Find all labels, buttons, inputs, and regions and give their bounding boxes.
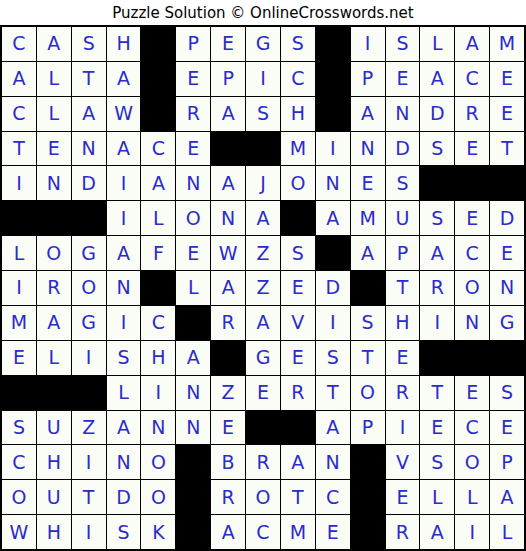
grid-cell-r11c4: L (107, 376, 141, 410)
grid-cell-r2c15: E (490, 62, 524, 96)
grid-cell-r12c3: Z (72, 411, 106, 445)
grid-cell-r10c3: I (72, 341, 106, 375)
grid-cell-r2c13: A (420, 62, 454, 96)
grid-cell-r5c10: N (316, 166, 350, 200)
grid-cell-r5c5: A (141, 166, 175, 200)
grid-cell-r1c1: C (2, 27, 36, 61)
grid-cell-r5c4: I (107, 166, 141, 200)
grid-cell-r3c7: A (211, 97, 245, 131)
page-title: Puzzle Solution © OnlineCrosswords.net (0, 0, 526, 25)
grid-cell-r9c9: V (281, 306, 315, 340)
grid-cell-r13c11 (351, 445, 385, 479)
grid-cell-r9c11: S (351, 306, 385, 340)
grid-cell-r9c13: I (420, 306, 454, 340)
grid-cell-r11c14: E (455, 376, 489, 410)
grid-cell-r12c13: E (420, 411, 454, 445)
grid-cell-r1c12: S (386, 27, 420, 61)
grid-cell-r12c9 (281, 411, 315, 445)
grid-cell-r6c2 (37, 201, 71, 235)
grid-cell-r5c14 (455, 166, 489, 200)
grid-cell-r14c3: T (72, 480, 106, 514)
grid-cell-r8c1: I (2, 271, 36, 305)
grid-cell-r12c5: N (141, 411, 175, 445)
grid-cell-r3c8: S (246, 97, 280, 131)
grid-cell-r8c5 (141, 271, 175, 305)
grid-cell-r7c1: L (2, 236, 36, 270)
grid-cell-r8c9: E (281, 271, 315, 305)
grid-cell-r1c13: L (420, 27, 454, 61)
grid-cell-r6c14: E (455, 201, 489, 235)
grid-cell-r12c11: P (351, 411, 385, 445)
grid-cell-r1c6: P (176, 27, 210, 61)
grid-cell-r4c12: D (386, 132, 420, 166)
grid-cell-r3c6: R (176, 97, 210, 131)
grid-cell-r6c1 (2, 201, 36, 235)
grid-cell-r13c14: O (455, 445, 489, 479)
grid-cell-r9c12: H (386, 306, 420, 340)
grid-cell-r1c15: M (490, 27, 524, 61)
grid-cell-r13c5: O (141, 445, 175, 479)
grid-cell-r5c15 (490, 166, 524, 200)
grid-cell-r12c14: C (455, 411, 489, 445)
grid-cell-r6c12: U (386, 201, 420, 235)
grid-cell-r3c15: E (490, 97, 524, 131)
grid-cell-r14c12: E (386, 480, 420, 514)
grid-cell-r8c8: Z (246, 271, 280, 305)
grid-cell-r3c12: N (386, 97, 420, 131)
grid-cell-r2c9: C (281, 62, 315, 96)
grid-cell-r1c9: S (281, 27, 315, 61)
grid-cell-r4c13: S (420, 132, 454, 166)
grid-cell-r5c13 (420, 166, 454, 200)
grid-cell-r3c13: D (420, 97, 454, 131)
grid-cell-r12c12: I (386, 411, 420, 445)
grid-cell-r7c5: F (141, 236, 175, 270)
grid-cell-r3c3: A (72, 97, 106, 131)
grid-cell-r4c3: N (72, 132, 106, 166)
grid-cell-r2c12: E (386, 62, 420, 96)
grid-cell-r7c14: C (455, 236, 489, 270)
grid-cell-r4c8 (246, 132, 280, 166)
grid-cell-r7c10 (316, 236, 350, 270)
grid-cell-r6c7: N (211, 201, 245, 235)
grid-cell-r8c15: N (490, 271, 524, 305)
grid-cell-r13c6 (176, 445, 210, 479)
grid-cell-r7c2: O (37, 236, 71, 270)
grid-cell-r2c1: A (2, 62, 36, 96)
grid-cell-r3c2: L (37, 97, 71, 131)
grid-cell-r11c11: O (351, 376, 385, 410)
grid-cell-r5c7: A (211, 166, 245, 200)
grid-cell-r9c3: G (72, 306, 106, 340)
grid-cell-r15c14: I (455, 515, 489, 549)
grid-cell-r15c10: E (316, 515, 350, 549)
grid-cell-r15c6 (176, 515, 210, 549)
grid-cell-r11c12: R (386, 376, 420, 410)
grid-cell-r8c13: R (420, 271, 454, 305)
grid-cell-r7c4: A (107, 236, 141, 270)
grid-cell-r6c4: I (107, 201, 141, 235)
grid-cell-r15c15: L (490, 515, 524, 549)
grid-cell-r9c14: N (455, 306, 489, 340)
grid-cell-r6c13: S (420, 201, 454, 235)
grid-cell-r7c6: E (176, 236, 210, 270)
grid-cell-r10c4: S (107, 341, 141, 375)
grid-cell-r5c8: J (246, 166, 280, 200)
grid-cell-r14c10: C (316, 480, 350, 514)
grid-cell-r7c15: E (490, 236, 524, 270)
grid-cell-r1c2: A (37, 27, 71, 61)
grid-cell-r8c6: L (176, 271, 210, 305)
grid-cell-r8c4: N (107, 271, 141, 305)
grid-cell-r7c12: P (386, 236, 420, 270)
grid-cell-r10c5: H (141, 341, 175, 375)
grid-cell-r14c1: O (2, 480, 36, 514)
grid-cell-r14c6 (176, 480, 210, 514)
grid-cell-r5c11: E (351, 166, 385, 200)
grid-cell-r15c5: K (141, 515, 175, 549)
grid-cell-r3c11: A (351, 97, 385, 131)
grid-cell-r12c2: U (37, 411, 71, 445)
grid-cell-r2c2: L (37, 62, 71, 96)
grid-cell-r8c10: D (316, 271, 350, 305)
grid-cell-r10c1: E (2, 341, 36, 375)
grid-cell-r11c13: T (420, 376, 454, 410)
grid-cell-r1c10 (316, 27, 350, 61)
grid-cell-r1c7: E (211, 27, 245, 61)
grid-cell-r9c7: R (211, 306, 245, 340)
grid-cell-r6c8: A (246, 201, 280, 235)
grid-cell-r4c5: C (141, 132, 175, 166)
grid-cell-r9c2: A (37, 306, 71, 340)
grid-cell-r1c3: S (72, 27, 106, 61)
grid-cell-r11c8: E (246, 376, 280, 410)
grid-cell-r10c9: E (281, 341, 315, 375)
grid-cell-r3c10 (316, 97, 350, 131)
grid-cell-r3c5 (141, 97, 175, 131)
grid-cell-r4c11: N (351, 132, 385, 166)
grid-cell-r14c11 (351, 480, 385, 514)
grid-cell-r15c7: A (211, 515, 245, 549)
grid-cell-r10c15 (490, 341, 524, 375)
grid-cell-r12c15: E (490, 411, 524, 445)
grid-cell-r14c8: O (246, 480, 280, 514)
grid-cell-r4c14: E (455, 132, 489, 166)
grid-cell-r15c3: I (72, 515, 106, 549)
grid-cell-r5c3: D (72, 166, 106, 200)
grid-cell-r4c7 (211, 132, 245, 166)
grid-cell-r15c13: A (420, 515, 454, 549)
grid-cell-r1c4: H (107, 27, 141, 61)
grid-cell-r10c6: A (176, 341, 210, 375)
grid-cell-r15c2: H (37, 515, 71, 549)
crossword-grid: CASHPEGSISLAMALTAEPICPEACECLAWRASHANDRET… (0, 25, 526, 551)
grid-cell-r13c4: N (107, 445, 141, 479)
grid-cell-r13c7: B (211, 445, 245, 479)
grid-cell-r2c3: T (72, 62, 106, 96)
puzzle-solution-page: Puzzle Solution © OnlineCrosswords.net C… (0, 0, 526, 551)
grid-cell-r7c3: G (72, 236, 106, 270)
grid-cell-r5c2: N (37, 166, 71, 200)
grid-cell-r2c11: P (351, 62, 385, 96)
grid-cell-r2c14: C (455, 62, 489, 96)
grid-cell-r15c9: M (281, 515, 315, 549)
grid-cell-r10c2: L (37, 341, 71, 375)
grid-cell-r4c1: T (2, 132, 36, 166)
grid-cell-r12c6: N (176, 411, 210, 445)
grid-cell-r9c4: I (107, 306, 141, 340)
grid-cell-r6c9 (281, 201, 315, 235)
grid-cell-r5c9: O (281, 166, 315, 200)
grid-cell-r13c3: I (72, 445, 106, 479)
grid-cell-r6c15: D (490, 201, 524, 235)
grid-cell-r6c11: M (351, 201, 385, 235)
grid-cell-r10c11: T (351, 341, 385, 375)
grid-cell-r2c8: I (246, 62, 280, 96)
grid-cell-r8c3: O (72, 271, 106, 305)
grid-cell-r14c2: U (37, 480, 71, 514)
grid-cell-r13c15: P (490, 445, 524, 479)
grid-cell-r1c14: A (455, 27, 489, 61)
grid-cell-r6c6: O (176, 201, 210, 235)
grid-cell-r4c10: I (316, 132, 350, 166)
grid-cell-r15c4: S (107, 515, 141, 549)
grid-cell-r7c8: Z (246, 236, 280, 270)
grid-cell-r15c8: C (246, 515, 280, 549)
grid-cell-r13c2: H (37, 445, 71, 479)
grid-cell-r13c8: R (246, 445, 280, 479)
grid-cell-r3c4: W (107, 97, 141, 131)
grid-cell-r9c6 (176, 306, 210, 340)
grid-cell-r12c1: S (2, 411, 36, 445)
grid-cell-r11c6: N (176, 376, 210, 410)
grid-cell-r9c8: A (246, 306, 280, 340)
grid-cell-r11c10: T (316, 376, 350, 410)
grid-cell-r10c10: S (316, 341, 350, 375)
grid-cell-r3c9: H (281, 97, 315, 131)
grid-cell-r7c11: A (351, 236, 385, 270)
grid-cell-r4c6: E (176, 132, 210, 166)
grid-cell-r14c9: T (281, 480, 315, 514)
grid-cell-r7c9: S (281, 236, 315, 270)
grid-cell-r4c9: M (281, 132, 315, 166)
grid-cell-r7c13: A (420, 236, 454, 270)
grid-cell-r10c8: G (246, 341, 280, 375)
grid-cell-r4c15: T (490, 132, 524, 166)
grid-cell-r11c7: Z (211, 376, 245, 410)
grid-cell-r11c2 (37, 376, 71, 410)
grid-cell-r14c14: L (455, 480, 489, 514)
grid-cell-r9c1: M (2, 306, 36, 340)
grid-cell-r11c9: R (281, 376, 315, 410)
grid-cell-r13c13: S (420, 445, 454, 479)
grid-cell-r5c6: N (176, 166, 210, 200)
grid-cell-r11c15: S (490, 376, 524, 410)
grid-cell-r4c4: A (107, 132, 141, 166)
grid-cell-r6c10: A (316, 201, 350, 235)
grid-cell-r3c14: R (455, 97, 489, 131)
grid-cell-r14c5: O (141, 480, 175, 514)
grid-cell-r10c7 (211, 341, 245, 375)
grid-cell-r12c4: A (107, 411, 141, 445)
grid-cell-r13c10: N (316, 445, 350, 479)
grid-cell-r8c14: O (455, 271, 489, 305)
grid-cell-r4c2: E (37, 132, 71, 166)
grid-cell-r1c11: I (351, 27, 385, 61)
grid-cell-r12c7: E (211, 411, 245, 445)
grid-cell-r8c2: R (37, 271, 71, 305)
grid-cell-r5c12: S (386, 166, 420, 200)
grid-cell-r11c1 (2, 376, 36, 410)
grid-cell-r11c3 (72, 376, 106, 410)
grid-cell-r14c13: L (420, 480, 454, 514)
grid-cell-r13c12: V (386, 445, 420, 479)
grid-cell-r2c5 (141, 62, 175, 96)
grid-cell-r9c15: G (490, 306, 524, 340)
grid-cell-r14c4: D (107, 480, 141, 514)
grid-cell-r2c10 (316, 62, 350, 96)
grid-cell-r15c1: W (2, 515, 36, 549)
grid-cell-r10c14 (455, 341, 489, 375)
grid-cell-r2c6: E (176, 62, 210, 96)
grid-cell-r11c5: I (141, 376, 175, 410)
grid-cell-r2c7: P (211, 62, 245, 96)
grid-cell-r6c3 (72, 201, 106, 235)
grid-cell-r15c11 (351, 515, 385, 549)
grid-cell-r13c1: C (2, 445, 36, 479)
grid-cell-r12c10: A (316, 411, 350, 445)
grid-cell-r3c1: C (2, 97, 36, 131)
grid-cell-r10c13 (420, 341, 454, 375)
grid-cell-r12c8 (246, 411, 280, 445)
grid-cell-r1c8: G (246, 27, 280, 61)
grid-cell-r9c10: I (316, 306, 350, 340)
grid-cell-r8c12: T (386, 271, 420, 305)
grid-cell-r14c15: A (490, 480, 524, 514)
grid-cell-r1c5 (141, 27, 175, 61)
grid-cell-r14c7: R (211, 480, 245, 514)
grid-cell-r13c9: A (281, 445, 315, 479)
grid-cell-r9c5: C (141, 306, 175, 340)
grid-cell-r15c12: R (386, 515, 420, 549)
grid-cell-r8c11 (351, 271, 385, 305)
grid-cell-r6c5: L (141, 201, 175, 235)
grid-cell-r2c4: A (107, 62, 141, 96)
grid-cell-r10c12: E (386, 341, 420, 375)
grid-cell-r8c7: A (211, 271, 245, 305)
grid-cell-r5c1: I (2, 166, 36, 200)
grid-cell-r7c7: W (211, 236, 245, 270)
